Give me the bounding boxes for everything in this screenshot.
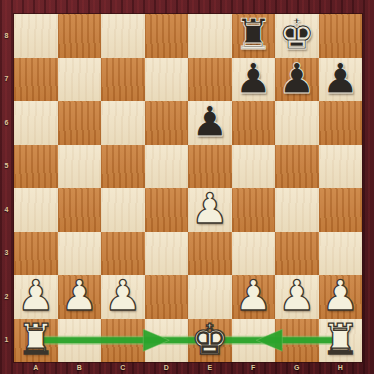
piece-white-rook-h1[interactable]: ♜ [319, 319, 363, 363]
piece-white-king-e1[interactable]: ♚ [188, 319, 232, 363]
piece-black-king-g8[interactable]: ♚ [275, 14, 319, 58]
file-label-h: H [319, 362, 363, 374]
piece-white-pawn-f2[interactable]: ♟ [232, 275, 276, 319]
rank-label-3: 3 [0, 248, 13, 258]
piece-black-pawn-h7[interactable]: ♟ [319, 58, 363, 102]
file-label-g: G [275, 362, 319, 374]
rank-label-1: 1 [0, 335, 13, 345]
piece-white-pawn-c2[interactable]: ♟ [101, 275, 145, 319]
rank-label-7: 7 [0, 74, 13, 84]
piece-white-pawn-g2[interactable]: ♟ [275, 275, 319, 319]
file-label-c: C [101, 362, 145, 374]
rank-label-2: 2 [0, 292, 13, 302]
rank-label-8: 8 [0, 31, 13, 41]
file-label-e: E [188, 362, 232, 374]
file-label-b: B [58, 362, 102, 374]
file-label-d: D [145, 362, 189, 374]
chess-board-frame: ♜♚♟♟♟♟♟♟♟♟♟♟♟♜♚♜ 87654321ABCDEFGH [0, 0, 374, 374]
piece-white-pawn-e4[interactable]: ♟ [188, 188, 232, 232]
piece-black-rook-f8[interactable]: ♜ [232, 14, 276, 58]
piece-white-rook-a1[interactable]: ♜ [14, 319, 58, 363]
rank-label-5: 5 [0, 161, 13, 171]
piece-black-pawn-g7[interactable]: ♟ [275, 58, 319, 102]
piece-black-pawn-f7[interactable]: ♟ [232, 58, 276, 102]
rank-label-4: 4 [0, 205, 13, 215]
rank-label-6: 6 [0, 118, 13, 128]
file-label-a: A [14, 362, 58, 374]
piece-black-pawn-e6[interactable]: ♟ [188, 101, 232, 145]
piece-white-pawn-h2[interactable]: ♟ [319, 275, 363, 319]
piece-white-pawn-a2[interactable]: ♟ [14, 275, 58, 319]
pieces-layer: ♜♚♟♟♟♟♟♟♟♟♟♟♟♜♚♜ [0, 0, 374, 374]
piece-white-pawn-b2[interactable]: ♟ [58, 275, 102, 319]
file-label-f: F [232, 362, 276, 374]
